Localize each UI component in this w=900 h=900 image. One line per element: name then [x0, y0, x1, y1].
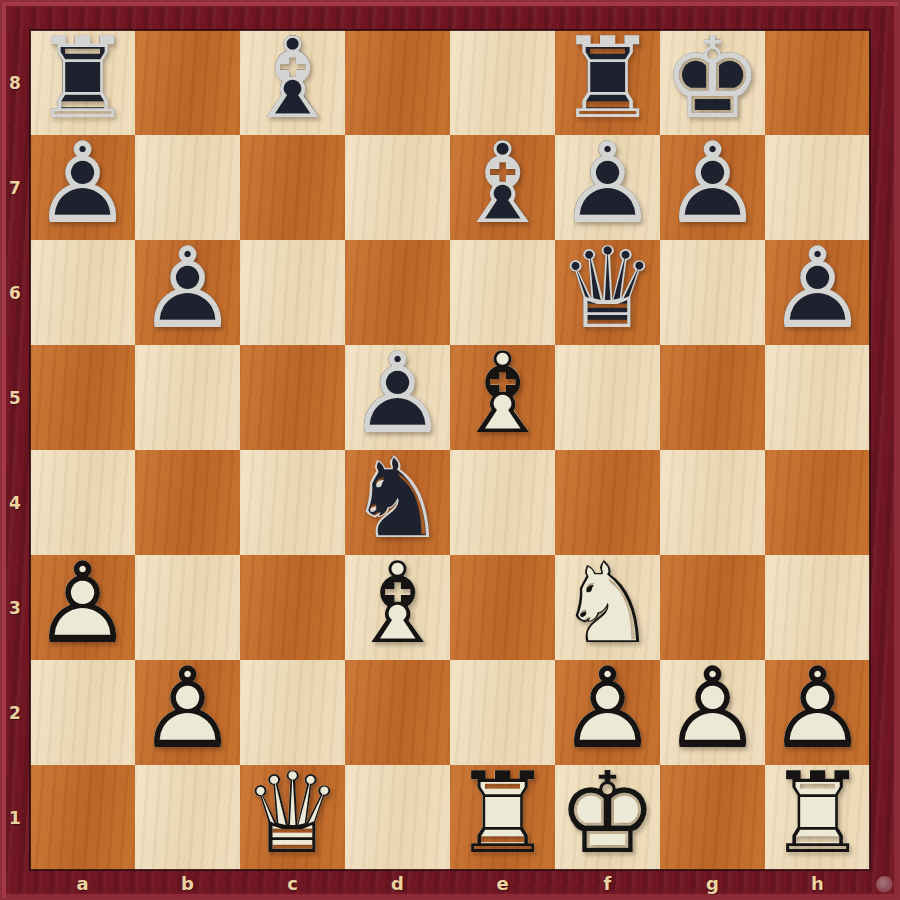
square-c3[interactable]: [240, 555, 345, 660]
white-queen-outline: ♕: [242, 761, 342, 866]
square-a8[interactable]: ♜♖: [30, 30, 135, 135]
black-king-g8[interactable]: ♚♔: [660, 30, 765, 135]
file-label-b: b: [135, 870, 240, 900]
rank-label-3: 3: [0, 555, 30, 660]
file-label-d: d: [345, 870, 450, 900]
white-rook-glyph: ♜: [452, 761, 552, 866]
black-pawn-glyph: ♟: [32, 131, 132, 236]
square-d8[interactable]: [345, 30, 450, 135]
square-a5[interactable]: [30, 345, 135, 450]
white-pawn-outline: ♙: [557, 656, 657, 761]
square-g4[interactable]: [660, 450, 765, 555]
white-rook-glyph: ♜: [767, 761, 867, 866]
white-bishop-e5[interactable]: ♝♗: [450, 345, 555, 450]
black-knight-outline: ♘: [347, 446, 447, 551]
white-king-glyph: ♚: [557, 761, 657, 866]
rank-label-7: 7: [0, 135, 30, 240]
square-d1[interactable]: [345, 765, 450, 870]
square-d4[interactable]: ♞♘: [345, 450, 450, 555]
square-c4[interactable]: [240, 450, 345, 555]
black-queen-glyph: ♛: [557, 236, 657, 341]
white-queen-glyph: ♛: [242, 761, 342, 866]
rank-label-2: 2: [0, 660, 30, 765]
black-pawn-outline: ♙: [767, 236, 867, 341]
black-pawn-f7[interactable]: ♟♙: [555, 135, 660, 240]
black-pawn-outline: ♙: [32, 131, 132, 236]
file-labels: abcdefgh: [30, 870, 870, 900]
black-pawn-glyph: ♟: [137, 236, 237, 341]
file-label-c: c: [240, 870, 345, 900]
rank-label-5: 5: [0, 345, 30, 450]
rank-labels: 87654321: [0, 30, 30, 870]
square-a2[interactable]: [30, 660, 135, 765]
square-c7[interactable]: [240, 135, 345, 240]
black-bishop-c8[interactable]: ♝♗: [240, 30, 345, 135]
file-label-a: a: [30, 870, 135, 900]
square-f2[interactable]: ♟♙: [555, 660, 660, 765]
square-b6[interactable]: ♟♙: [135, 240, 240, 345]
square-f3[interactable]: ♞♘: [555, 555, 660, 660]
square-e5[interactable]: ♝♗: [450, 345, 555, 450]
square-e2[interactable]: [450, 660, 555, 765]
black-bishop-glyph: ♝: [242, 26, 342, 131]
black-king-glyph: ♚: [662, 26, 762, 131]
square-b4[interactable]: [135, 450, 240, 555]
square-h8[interactable]: [765, 30, 870, 135]
white-pawn-glyph: ♟: [767, 656, 867, 761]
black-pawn-b6[interactable]: ♟♙: [135, 240, 240, 345]
white-pawn-glyph: ♟: [137, 656, 237, 761]
square-g7[interactable]: ♟♙: [660, 135, 765, 240]
black-pawn-glyph: ♟: [767, 236, 867, 341]
frame-corner-dot: [876, 876, 893, 893]
square-a4[interactable]: [30, 450, 135, 555]
square-h1[interactable]: ♜♖: [765, 765, 870, 870]
square-g2[interactable]: ♟♙: [660, 660, 765, 765]
file-label-g: g: [660, 870, 765, 900]
black-rook-outline: ♖: [32, 26, 132, 131]
black-queen-outline: ♕: [557, 236, 657, 341]
white-rook-e1[interactable]: ♜♖: [450, 765, 555, 870]
black-bishop-outline: ♗: [242, 26, 342, 131]
rank-label-8: 8: [0, 30, 30, 135]
white-knight-f3[interactable]: ♞♘: [555, 555, 660, 660]
square-f7[interactable]: ♟♙: [555, 135, 660, 240]
square-d5[interactable]: ♟♙: [345, 345, 450, 450]
white-bishop-outline: ♗: [452, 341, 552, 446]
black-bishop-e7[interactable]: ♝♗: [450, 135, 555, 240]
white-pawn-glyph: ♟: [32, 551, 132, 656]
square-f5[interactable]: [555, 345, 660, 450]
square-e3[interactable]: [450, 555, 555, 660]
white-pawn-g2[interactable]: ♟♙: [660, 660, 765, 765]
white-pawn-glyph: ♟: [557, 656, 657, 761]
black-bishop-outline: ♗: [452, 131, 552, 236]
square-h3[interactable]: [765, 555, 870, 660]
square-g3[interactable]: [660, 555, 765, 660]
square-d7[interactable]: [345, 135, 450, 240]
rank-label-6: 6: [0, 240, 30, 345]
square-d2[interactable]: [345, 660, 450, 765]
white-pawn-b2[interactable]: ♟♙: [135, 660, 240, 765]
white-pawn-outline: ♙: [137, 656, 237, 761]
black-knight-d4[interactable]: ♞♘: [345, 450, 450, 555]
black-pawn-outline: ♙: [347, 341, 447, 446]
white-pawn-a3[interactable]: ♟♙: [30, 555, 135, 660]
white-rook-outline: ♖: [452, 761, 552, 866]
white-pawn-outline: ♙: [662, 656, 762, 761]
white-king-f1[interactable]: ♚♔: [555, 765, 660, 870]
white-pawn-glyph: ♟: [662, 656, 762, 761]
black-pawn-glyph: ♟: [347, 341, 447, 446]
square-b5[interactable]: [135, 345, 240, 450]
black-pawn-g7[interactable]: ♟♙: [660, 135, 765, 240]
black-rook-glyph: ♜: [557, 26, 657, 131]
square-e6[interactable]: [450, 240, 555, 345]
square-e4[interactable]: [450, 450, 555, 555]
black-rook-glyph: ♜: [32, 26, 132, 131]
white-king-outline: ♔: [557, 761, 657, 866]
square-c5[interactable]: [240, 345, 345, 450]
black-rook-f8[interactable]: ♜♖: [555, 30, 660, 135]
square-h5[interactable]: [765, 345, 870, 450]
white-bishop-glyph: ♝: [347, 551, 447, 656]
square-e1[interactable]: ♜♖: [450, 765, 555, 870]
square-f6[interactable]: ♛♕: [555, 240, 660, 345]
white-knight-outline: ♘: [557, 551, 657, 656]
white-pawn-h2[interactable]: ♟♙: [765, 660, 870, 765]
black-pawn-glyph: ♟: [557, 131, 657, 236]
white-knight-glyph: ♞: [557, 551, 657, 656]
square-c8[interactable]: ♝♗: [240, 30, 345, 135]
black-bishop-glyph: ♝: [452, 131, 552, 236]
square-f4[interactable]: [555, 450, 660, 555]
square-a3[interactable]: ♟♙: [30, 555, 135, 660]
white-rook-h1[interactable]: ♜♖: [765, 765, 870, 870]
square-f8[interactable]: ♜♖: [555, 30, 660, 135]
square-c1[interactable]: ♛♕: [240, 765, 345, 870]
square-g6[interactable]: [660, 240, 765, 345]
square-e7[interactable]: ♝♗: [450, 135, 555, 240]
square-g1[interactable]: [660, 765, 765, 870]
square-c2[interactable]: [240, 660, 345, 765]
square-d3[interactable]: ♝♗: [345, 555, 450, 660]
square-h7[interactable]: [765, 135, 870, 240]
black-rook-outline: ♖: [557, 26, 657, 131]
black-king-outline: ♔: [662, 26, 762, 131]
square-e8[interactable]: [450, 30, 555, 135]
black-knight-glyph: ♞: [347, 446, 447, 551]
square-h6[interactable]: ♟♙: [765, 240, 870, 345]
black-rook-a8[interactable]: ♜♖: [30, 30, 135, 135]
file-label-e: e: [450, 870, 555, 900]
square-g5[interactable]: [660, 345, 765, 450]
white-pawn-outline: ♙: [32, 551, 132, 656]
rank-label-4: 4: [0, 450, 30, 555]
black-pawn-d5[interactable]: ♟♙: [345, 345, 450, 450]
square-d6[interactable]: [345, 240, 450, 345]
white-pawn-f2[interactable]: ♟♙: [555, 660, 660, 765]
black-queen-f6[interactable]: ♛♕: [555, 240, 660, 345]
white-rook-outline: ♖: [767, 761, 867, 866]
file-label-h: h: [765, 870, 870, 900]
black-pawn-outline: ♙: [557, 131, 657, 236]
white-queen-c1[interactable]: ♛♕: [240, 765, 345, 870]
square-h4[interactable]: [765, 450, 870, 555]
square-a7[interactable]: ♟♙: [30, 135, 135, 240]
square-b1[interactable]: [135, 765, 240, 870]
square-a6[interactable]: [30, 240, 135, 345]
chess-board-frame: ♜♖♝♗♜♖♚♔♟♙♝♗♟♙♟♙♟♙♛♕♟♙♟♙♝♗♞♘♟♙♝♗♞♘♟♙♟♙♟♙…: [0, 0, 900, 900]
white-bishop-d3[interactable]: ♝♗: [345, 555, 450, 660]
square-g8[interactable]: ♚♔: [660, 30, 765, 135]
black-pawn-outline: ♙: [662, 131, 762, 236]
black-pawn-outline: ♙: [137, 236, 237, 341]
black-pawn-a7[interactable]: ♟♙: [30, 135, 135, 240]
square-b3[interactable]: [135, 555, 240, 660]
square-c6[interactable]: [240, 240, 345, 345]
black-pawn-h6[interactable]: ♟♙: [765, 240, 870, 345]
file-label-f: f: [555, 870, 660, 900]
black-pawn-glyph: ♟: [662, 131, 762, 236]
square-b7[interactable]: [135, 135, 240, 240]
rank-label-1: 1: [0, 765, 30, 870]
square-b8[interactable]: [135, 30, 240, 135]
white-bishop-glyph: ♝: [452, 341, 552, 446]
square-b2[interactable]: ♟♙: [135, 660, 240, 765]
white-pawn-outline: ♙: [767, 656, 867, 761]
square-f1[interactable]: ♚♔: [555, 765, 660, 870]
chess-board: ♜♖♝♗♜♖♚♔♟♙♝♗♟♙♟♙♟♙♛♕♟♙♟♙♝♗♞♘♟♙♝♗♞♘♟♙♟♙♟♙…: [30, 30, 870, 870]
square-a1[interactable]: [30, 765, 135, 870]
white-bishop-outline: ♗: [347, 551, 447, 656]
square-h2[interactable]: ♟♙: [765, 660, 870, 765]
